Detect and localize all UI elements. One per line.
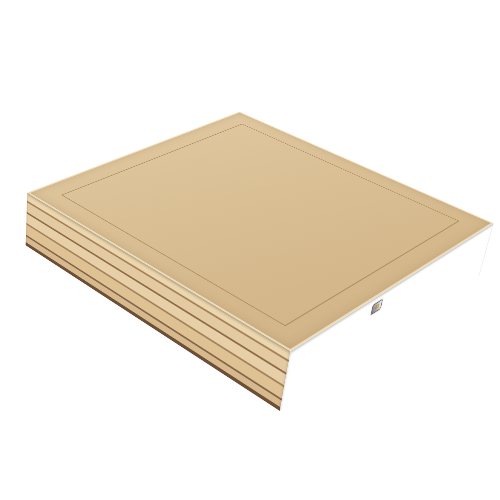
latch-clasp-icon [371, 298, 383, 315]
chess-board-box [27, 112, 493, 351]
chess-set-photo [0, 0, 500, 500]
board-top-face [27, 112, 493, 351]
